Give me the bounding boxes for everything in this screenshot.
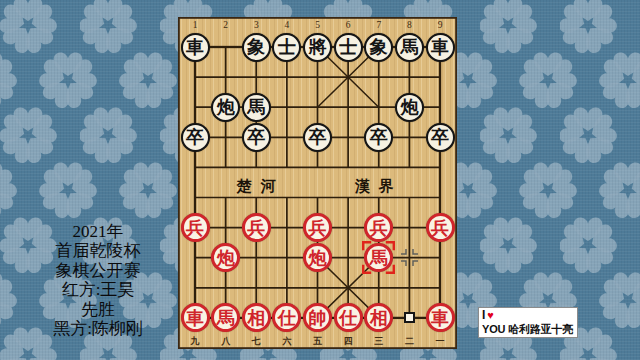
top-file-label: 4 (279, 19, 295, 31)
event-caption: 2021年首届乾陵杯象棋公开赛红方:王昊先胜黑方:陈柳刚 (18, 222, 178, 338)
piece-black[interactable]: 卒 (426, 123, 455, 152)
top-file-label: 6 (340, 19, 356, 31)
bottom-file-label: 一 (432, 335, 448, 347)
caption-line: 2021年 (18, 222, 178, 241)
caption-line: 象棋公开赛 (18, 261, 178, 280)
bottom-file-label: 四 (340, 335, 356, 347)
watermark-line1: I ♥ (482, 309, 574, 322)
top-file-label: 2 (218, 19, 234, 31)
bottom-file-label: 八 (218, 335, 234, 347)
piece-black[interactable]: 卒 (181, 123, 210, 152)
piece-black[interactable]: 將 (303, 33, 332, 62)
top-file-label: 9 (432, 19, 448, 31)
river-text-left: 楚 河 (214, 177, 298, 195)
bottom-file-label: 五 (310, 335, 326, 347)
piece-black[interactable]: 卒 (303, 123, 332, 152)
piece-red[interactable]: 兵 (242, 213, 271, 242)
caption-line: 先胜 (18, 300, 178, 319)
piece-black[interactable]: 象 (242, 33, 271, 62)
last-move-origin-marker (404, 312, 415, 323)
piece-black[interactable]: 卒 (364, 123, 393, 152)
caption-line: 黑方:陈柳刚 (18, 319, 178, 338)
piece-black[interactable]: 象 (364, 33, 393, 62)
bottom-file-label: 九 (187, 335, 203, 347)
top-file-label: 8 (401, 19, 417, 31)
piece-red[interactable]: 兵 (181, 213, 210, 242)
piece-black[interactable]: 車 (181, 33, 210, 62)
top-file-label: 7 (371, 19, 387, 31)
piece-black[interactable]: 士 (334, 33, 363, 62)
piece-black[interactable]: 炮 (395, 93, 424, 122)
watermark-i: I (482, 309, 485, 322)
caption-line: 红方:王昊 (18, 280, 178, 299)
piece-black[interactable]: 卒 (242, 123, 271, 152)
piece-red[interactable]: 車 (181, 303, 210, 332)
piece-red[interactable]: 仕 (334, 303, 363, 332)
top-file-label: 5 (310, 19, 326, 31)
xiangqi-board[interactable]: 楚 河 漢 界 車象士將士象馬車炮馬炮卒卒卒卒卒兵兵兵兵兵炮炮馬車馬相仕帥仕相車… (178, 17, 457, 349)
bottom-file-label: 三 (371, 335, 387, 347)
top-file-label: 3 (248, 19, 264, 31)
caption-line: 首届乾陵杯 (18, 241, 178, 260)
watermark-box: I ♥ YOU 哈利路亚十亮 (478, 307, 578, 338)
river-text-right: 漢 界 (332, 177, 416, 195)
bottom-file-label: 六 (279, 335, 295, 347)
bottom-file-label: 二 (401, 335, 417, 347)
piece-black[interactable]: 車 (426, 33, 455, 62)
top-file-label: 1 (187, 19, 203, 31)
piece-black[interactable]: 士 (272, 33, 301, 62)
piece-red[interactable]: 兵 (426, 213, 455, 242)
piece-red[interactable]: 兵 (303, 213, 332, 242)
heart-icon: ♥ (487, 310, 494, 321)
piece-black[interactable]: 馬 (395, 33, 424, 62)
piece-red[interactable]: 炮 (303, 243, 332, 272)
watermark-line2: YOU 哈利路亚十亮 (482, 322, 574, 336)
piece-black[interactable]: 馬 (242, 93, 271, 122)
piece-black[interactable]: 炮 (211, 93, 240, 122)
bottom-file-label: 七 (248, 335, 264, 347)
piece-red[interactable]: 車 (426, 303, 455, 332)
piece-red[interactable]: 相 (242, 303, 271, 332)
